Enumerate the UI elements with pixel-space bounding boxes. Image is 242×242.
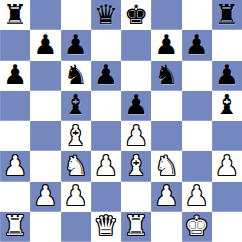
piece-black-pawn[interactable]: ♟ bbox=[33, 31, 57, 58]
square-g4[interactable] bbox=[182, 121, 212, 151]
square-g5[interactable] bbox=[182, 91, 212, 121]
square-d4[interactable] bbox=[91, 121, 121, 151]
square-g8[interactable] bbox=[182, 0, 212, 30]
square-d5[interactable] bbox=[91, 91, 121, 121]
square-f3[interactable]: ♞ bbox=[151, 151, 181, 181]
piece-white-pawn[interactable]: ♟ bbox=[3, 152, 27, 179]
square-c5[interactable]: ♝ bbox=[61, 91, 91, 121]
square-g1[interactable]: ♚ bbox=[182, 212, 212, 242]
square-a6[interactable]: ♟ bbox=[0, 61, 30, 91]
square-c3[interactable]: ♞ bbox=[61, 151, 91, 181]
square-b6[interactable] bbox=[30, 61, 60, 91]
square-f7[interactable]: ♟ bbox=[151, 30, 181, 60]
square-g6[interactable] bbox=[182, 61, 212, 91]
square-a7[interactable] bbox=[0, 30, 30, 60]
square-e2[interactable] bbox=[121, 182, 151, 212]
square-h8[interactable]: ♜ bbox=[212, 0, 242, 30]
piece-white-knight[interactable]: ♞ bbox=[154, 152, 178, 179]
piece-white-pawn[interactable]: ♟ bbox=[154, 182, 178, 209]
square-d6[interactable]: ♟ bbox=[91, 61, 121, 91]
square-a8[interactable]: ♜ bbox=[0, 0, 30, 30]
piece-white-bishop[interactable]: ♝ bbox=[124, 152, 148, 179]
piece-black-pawn[interactable]: ♟ bbox=[215, 61, 239, 88]
square-h6[interactable]: ♟ bbox=[212, 61, 242, 91]
piece-white-bishop[interactable]: ♝ bbox=[64, 122, 88, 149]
square-d7[interactable] bbox=[91, 30, 121, 60]
square-b1[interactable] bbox=[30, 212, 60, 242]
square-g3[interactable] bbox=[182, 151, 212, 181]
piece-white-pawn[interactable]: ♟ bbox=[185, 182, 209, 209]
square-d3[interactable]: ♟ bbox=[91, 151, 121, 181]
piece-black-knight[interactable]: ♞ bbox=[64, 61, 88, 88]
square-e5[interactable]: ♟ bbox=[121, 91, 151, 121]
piece-white-rook[interactable]: ♜ bbox=[3, 212, 27, 239]
square-a2[interactable] bbox=[0, 182, 30, 212]
chess-board: ♜♛♚♜♟♟♟♟♟♞♟♞♟♝♟♝♝♟♟♞♟♝♞♟♟♟♟♟♜♛♜♚ bbox=[0, 0, 242, 242]
piece-white-pawn[interactable]: ♟ bbox=[124, 122, 148, 149]
square-h7[interactable] bbox=[212, 30, 242, 60]
piece-black-pawn[interactable]: ♟ bbox=[3, 61, 27, 88]
square-f2[interactable]: ♟ bbox=[151, 182, 181, 212]
square-h5[interactable]: ♝ bbox=[212, 91, 242, 121]
piece-black-rook[interactable]: ♜ bbox=[215, 1, 239, 28]
square-f4[interactable] bbox=[151, 121, 181, 151]
square-e4[interactable]: ♟ bbox=[121, 121, 151, 151]
piece-black-pawn[interactable]: ♟ bbox=[94, 61, 118, 88]
square-f5[interactable] bbox=[151, 91, 181, 121]
piece-black-knight[interactable]: ♞ bbox=[154, 61, 178, 88]
square-b4[interactable] bbox=[30, 121, 60, 151]
square-f6[interactable]: ♞ bbox=[151, 61, 181, 91]
square-h4[interactable] bbox=[212, 121, 242, 151]
square-f1[interactable] bbox=[151, 212, 181, 242]
piece-black-pawn[interactable]: ♟ bbox=[154, 31, 178, 58]
piece-white-pawn[interactable]: ♟ bbox=[33, 182, 57, 209]
piece-white-knight[interactable]: ♞ bbox=[64, 152, 88, 179]
piece-black-bishop[interactable]: ♝ bbox=[215, 91, 239, 118]
square-c4[interactable]: ♝ bbox=[61, 121, 91, 151]
piece-white-king[interactable]: ♚ bbox=[185, 212, 209, 239]
square-b2[interactable]: ♟ bbox=[30, 182, 60, 212]
square-e7[interactable] bbox=[121, 30, 151, 60]
square-c2[interactable]: ♟ bbox=[61, 182, 91, 212]
square-c7[interactable]: ♟ bbox=[61, 30, 91, 60]
square-a4[interactable] bbox=[0, 121, 30, 151]
square-d1[interactable]: ♛ bbox=[91, 212, 121, 242]
square-g7[interactable]: ♟ bbox=[182, 30, 212, 60]
piece-black-queen[interactable]: ♛ bbox=[94, 1, 118, 28]
square-a3[interactable]: ♟ bbox=[0, 151, 30, 181]
square-b7[interactable]: ♟ bbox=[30, 30, 60, 60]
piece-black-bishop[interactable]: ♝ bbox=[64, 91, 88, 118]
square-b5[interactable] bbox=[30, 91, 60, 121]
square-d2[interactable] bbox=[91, 182, 121, 212]
square-e6[interactable] bbox=[121, 61, 151, 91]
square-c1[interactable] bbox=[61, 212, 91, 242]
piece-white-pawn[interactable]: ♟ bbox=[64, 182, 88, 209]
square-b8[interactable] bbox=[30, 0, 60, 30]
square-c8[interactable] bbox=[61, 0, 91, 30]
square-h3[interactable]: ♟ bbox=[212, 151, 242, 181]
piece-black-pawn[interactable]: ♟ bbox=[185, 31, 209, 58]
piece-black-rook[interactable]: ♜ bbox=[3, 1, 27, 28]
square-e8[interactable]: ♚ bbox=[121, 0, 151, 30]
square-d8[interactable]: ♛ bbox=[91, 0, 121, 30]
piece-white-queen[interactable]: ♛ bbox=[94, 212, 118, 239]
square-h2[interactable] bbox=[212, 182, 242, 212]
piece-white-rook[interactable]: ♜ bbox=[124, 212, 148, 239]
square-a1[interactable]: ♜ bbox=[0, 212, 30, 242]
piece-black-pawn[interactable]: ♟ bbox=[124, 91, 148, 118]
square-b3[interactable] bbox=[30, 151, 60, 181]
piece-black-pawn[interactable]: ♟ bbox=[64, 31, 88, 58]
square-c6[interactable]: ♞ bbox=[61, 61, 91, 91]
square-h1[interactable] bbox=[212, 212, 242, 242]
piece-black-king[interactable]: ♚ bbox=[124, 1, 148, 28]
square-f8[interactable] bbox=[151, 0, 181, 30]
square-e3[interactable]: ♝ bbox=[121, 151, 151, 181]
square-e1[interactable]: ♜ bbox=[121, 212, 151, 242]
piece-white-pawn[interactable]: ♟ bbox=[215, 152, 239, 179]
square-g2[interactable]: ♟ bbox=[182, 182, 212, 212]
square-a5[interactable] bbox=[0, 91, 30, 121]
piece-white-pawn[interactable]: ♟ bbox=[94, 152, 118, 179]
